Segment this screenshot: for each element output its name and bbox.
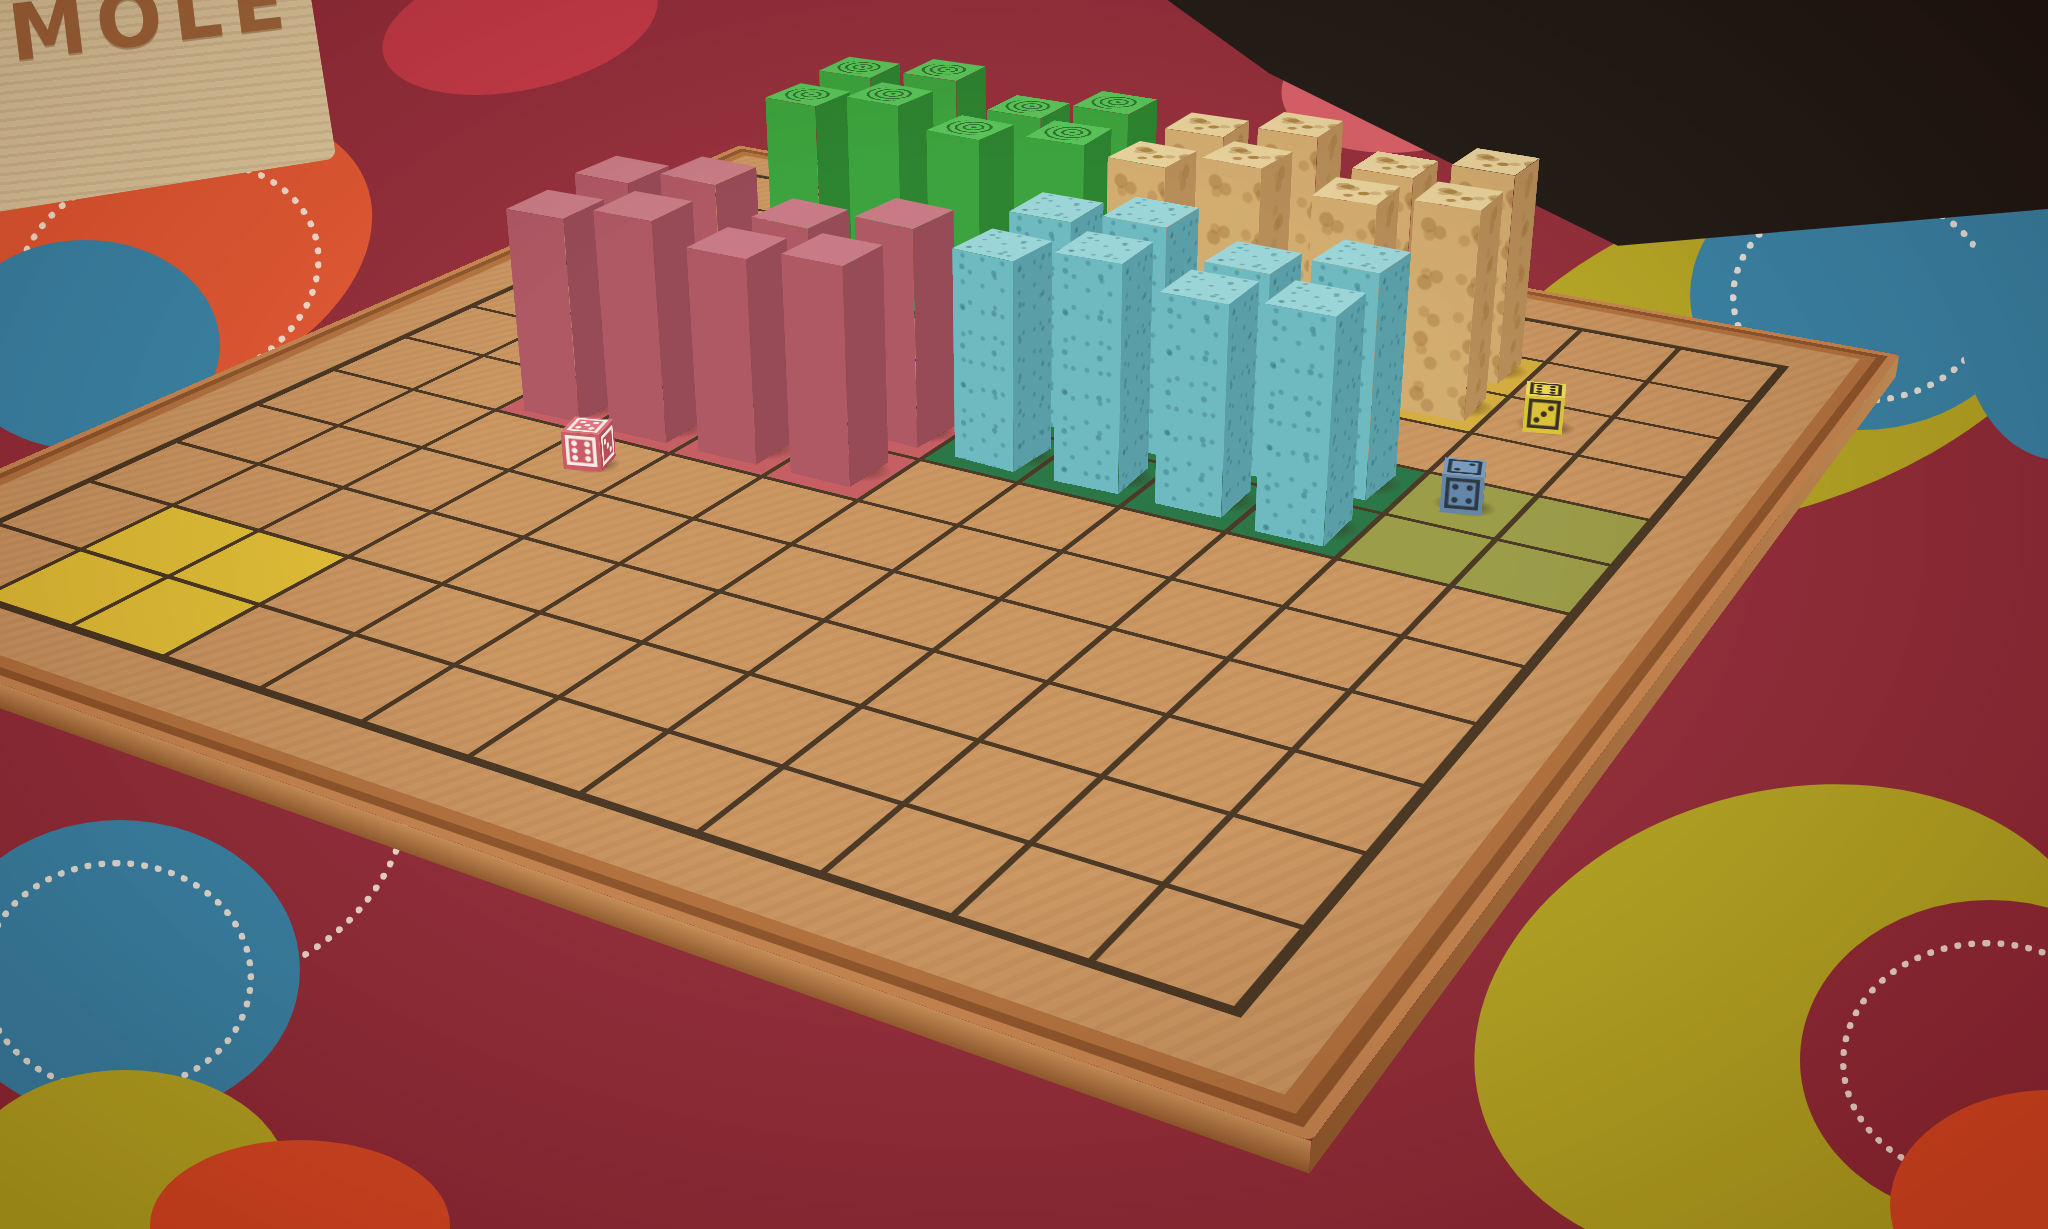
piece-face: [1118, 242, 1153, 494]
die-face: ⚂: [1522, 395, 1565, 434]
piece-face: [1013, 241, 1052, 472]
piece-face: [1053, 252, 1122, 494]
piece-face: [913, 210, 956, 448]
board-scene: ⚅⚂⚁⚄⚅⚂⚁⚃: [0, 0, 2048, 1229]
piece-face: [952, 248, 1013, 472]
game-board: ⚅⚂⚁⚄⚅⚂⚁⚃: [0, 146, 1899, 1142]
photo-stage: MOLE ⚅⚂⚁⚄⚅⚂⚁⚃: [0, 0, 2048, 1229]
piece-face: [781, 254, 850, 488]
piece-face: [842, 245, 888, 488]
die-face: ⚅: [560, 431, 601, 472]
piece-face: [1154, 292, 1228, 518]
piece-face: [686, 247, 756, 465]
piece-face: [1254, 303, 1336, 546]
die-face: ⚃: [1439, 474, 1484, 516]
